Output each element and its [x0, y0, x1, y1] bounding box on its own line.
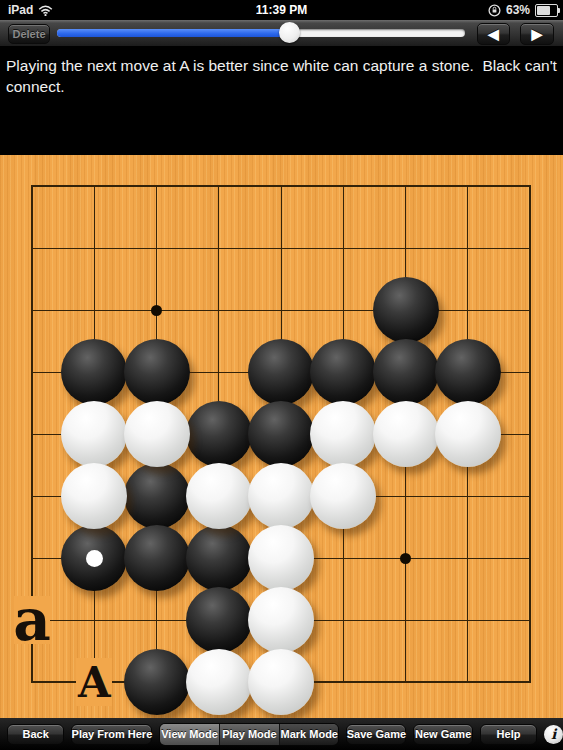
previous-move-button[interactable]: ◀	[477, 23, 510, 45]
stone-black-c5r5	[248, 401, 314, 467]
help-button[interactable]: Help	[480, 724, 537, 745]
stone-white-c2r5	[61, 401, 127, 467]
stone-white-c5r6	[248, 463, 314, 529]
next-move-button[interactable]: ▶	[520, 23, 554, 45]
bottom-toolbar: Back Play From Here View Mode Play Mode …	[0, 718, 563, 750]
stone-white-c5r8	[248, 587, 314, 653]
grid-line-vertical	[529, 185, 531, 683]
stone-white-c4r6	[186, 463, 252, 529]
stone-black-c3r9	[124, 649, 190, 715]
stone-white-c8r5	[435, 401, 501, 467]
go-board[interactable]: aA	[0, 155, 563, 718]
orientation-lock-icon	[488, 4, 501, 17]
delete-button[interactable]: Delete	[8, 24, 50, 44]
stone-black-c4r7	[186, 525, 252, 591]
play-from-here-button[interactable]: Play From Here	[71, 724, 152, 745]
stone-black-c2r4	[61, 339, 127, 405]
stone-black-c4r8	[186, 587, 252, 653]
star-point	[151, 305, 162, 316]
stone-black-c3r7	[124, 525, 190, 591]
stone-white-c4r9	[186, 649, 252, 715]
mark-mode-button[interactable]: Mark Mode	[279, 724, 338, 745]
board-label-A[interactable]: A	[76, 658, 112, 706]
stone-black-c6r4	[310, 339, 376, 405]
stone-black-c3r6	[124, 463, 190, 529]
move-commentary-text: Playing the next move at A is better sin…	[0, 46, 563, 155]
last-move-marker	[86, 550, 103, 567]
stone-black-c5r4	[248, 339, 314, 405]
stone-white-c2r6	[61, 463, 127, 529]
app-screen: iPad 11:39 PM 63% Delete ◀ ▶ Playing the…	[0, 0, 563, 750]
status-bar: iPad 11:39 PM 63%	[0, 0, 563, 20]
battery-icon	[535, 4, 558, 17]
battery-percent-label: 63%	[506, 3, 530, 17]
clock-label: 11:39 PM	[0, 3, 563, 17]
stone-white-c6r6	[310, 463, 376, 529]
view-mode-button[interactable]: View Mode	[160, 724, 218, 745]
back-button[interactable]: Back	[7, 724, 64, 745]
stone-black-c3r4	[124, 339, 190, 405]
stone-black-c7r3	[373, 277, 439, 343]
save-game-button[interactable]: Save Game	[346, 724, 406, 745]
board-label-a[interactable]: a	[14, 596, 50, 644]
move-slider[interactable]	[57, 29, 465, 37]
stone-black-c8r4	[435, 339, 501, 405]
new-game-button[interactable]: New Game	[413, 724, 472, 745]
mode-segmented-control: View Mode Play Mode Mark Mode	[159, 723, 339, 746]
top-toolbar: Delete ◀ ▶	[0, 20, 563, 47]
stone-white-c7r5	[373, 401, 439, 467]
stone-white-c6r5	[310, 401, 376, 467]
stone-black-c2r7	[61, 525, 127, 591]
stone-white-c5r9	[248, 649, 314, 715]
slider-thumb[interactable]	[279, 22, 300, 43]
play-mode-button[interactable]: Play Mode	[219, 724, 279, 745]
info-button[interactable]: i	[544, 725, 563, 744]
star-point	[400, 553, 411, 564]
stone-black-c4r5	[186, 401, 252, 467]
slider-fill	[57, 29, 290, 37]
stone-black-c7r4	[373, 339, 439, 405]
stone-white-c5r7	[248, 525, 314, 591]
stone-white-c3r5	[124, 401, 190, 467]
